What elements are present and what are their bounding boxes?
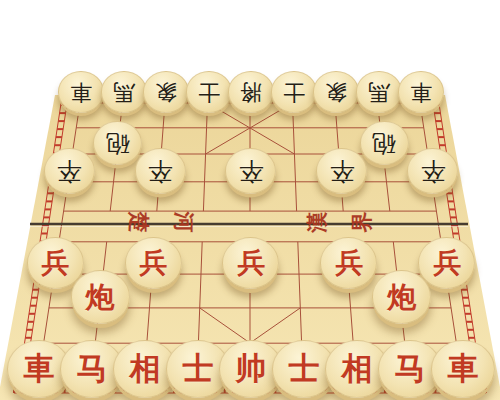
piece-character: 兵 — [335, 249, 363, 277]
piece-red-cannon-c8r8[interactable]: 炮 — [372, 270, 431, 324]
river-character: 漢 — [303, 212, 331, 233]
piece-character: 象 — [325, 81, 347, 103]
piece-character: 马 — [395, 353, 426, 384]
piece-red-soldier-c7r7[interactable]: 兵 — [320, 237, 377, 289]
piece-character: 相 — [342, 353, 373, 384]
piece-black-horse-c2r1[interactable]: 馬 — [101, 71, 147, 113]
piece-character: 卒 — [148, 158, 173, 183]
piece-character: 車 — [24, 353, 55, 384]
piece-character: 士 — [183, 353, 214, 384]
piece-black-horse-c8r1[interactable]: 馬 — [356, 71, 402, 113]
river-character: 河 — [170, 212, 198, 233]
piece-character: 帅 — [236, 353, 267, 384]
piece-character: 兵 — [139, 249, 167, 277]
piece-black-soldier-c1r4[interactable]: 卒 — [44, 148, 95, 194]
piece-character: 馬 — [368, 81, 390, 103]
piece-black-advisor-c4r1[interactable]: 士 — [186, 71, 232, 113]
piece-character: 車 — [70, 81, 92, 103]
piece-black-chariot-c1r1[interactable]: 車 — [58, 71, 104, 113]
river-character: 楚 — [125, 212, 153, 233]
piece-character: 士 — [198, 81, 220, 103]
piece-red-soldier-c3r7[interactable]: 兵 — [125, 237, 182, 289]
river-text-han-jie: 漢界 — [306, 203, 372, 241]
piece-red-chariot-c9r10[interactable]: 車 — [431, 340, 495, 398]
piece-character: 兵 — [237, 249, 265, 277]
piece-character: 炮 — [387, 283, 416, 312]
piece-character: 兵 — [41, 249, 69, 277]
piece-black-cannon-c8r3[interactable]: 砲 — [360, 121, 409, 166]
piece-character: 馬 — [113, 81, 135, 103]
piece-black-elephant-c7r1[interactable]: 象 — [313, 71, 359, 113]
piece-character: 兵 — [433, 249, 461, 277]
piece-character: 相 — [130, 353, 161, 384]
piece-character: 砲 — [106, 131, 130, 155]
piece-character: 象 — [155, 81, 177, 103]
piece-black-soldier-c3r4[interactable]: 卒 — [135, 148, 186, 194]
piece-character: 卒 — [57, 158, 82, 183]
piece-character: 卒 — [239, 158, 264, 183]
piece-black-general-c5r1[interactable]: 將 — [228, 71, 274, 113]
piece-red-soldier-c9r7[interactable]: 兵 — [418, 237, 475, 289]
piece-black-advisor-c6r1[interactable]: 士 — [271, 71, 317, 113]
piece-character: 車 — [410, 81, 432, 103]
piece-character: 將 — [240, 81, 262, 103]
piece-character: 砲 — [372, 131, 396, 155]
piece-red-cannon-c2r8[interactable]: 炮 — [71, 270, 130, 324]
piece-black-soldier-c9r4[interactable]: 卒 — [407, 148, 458, 194]
piece-black-soldier-c5r4[interactable]: 卒 — [225, 148, 276, 194]
piece-character: 士 — [283, 81, 305, 103]
piece-black-elephant-c3r1[interactable]: 象 — [143, 71, 189, 113]
piece-character: 马 — [77, 353, 108, 384]
piece-character: 卒 — [421, 158, 446, 183]
piece-character: 炮 — [86, 283, 115, 312]
piece-black-chariot-c9r1[interactable]: 車 — [398, 71, 444, 113]
piece-character: 卒 — [330, 158, 355, 183]
photo-scene: 楚河 漢界 CHINESE 車馬象士將士象馬車砲砲卒卒卒卒卒兵兵兵兵兵炮炮車马相… — [0, 0, 500, 400]
river-text-chu-he: 楚河 — [128, 203, 194, 241]
piece-character: 車 — [448, 353, 479, 384]
piece-black-soldier-c7r4[interactable]: 卒 — [316, 148, 367, 194]
piece-character: 士 — [289, 353, 320, 384]
river-character: 界 — [348, 212, 376, 233]
piece-red-soldier-c5r7[interactable]: 兵 — [222, 237, 279, 289]
